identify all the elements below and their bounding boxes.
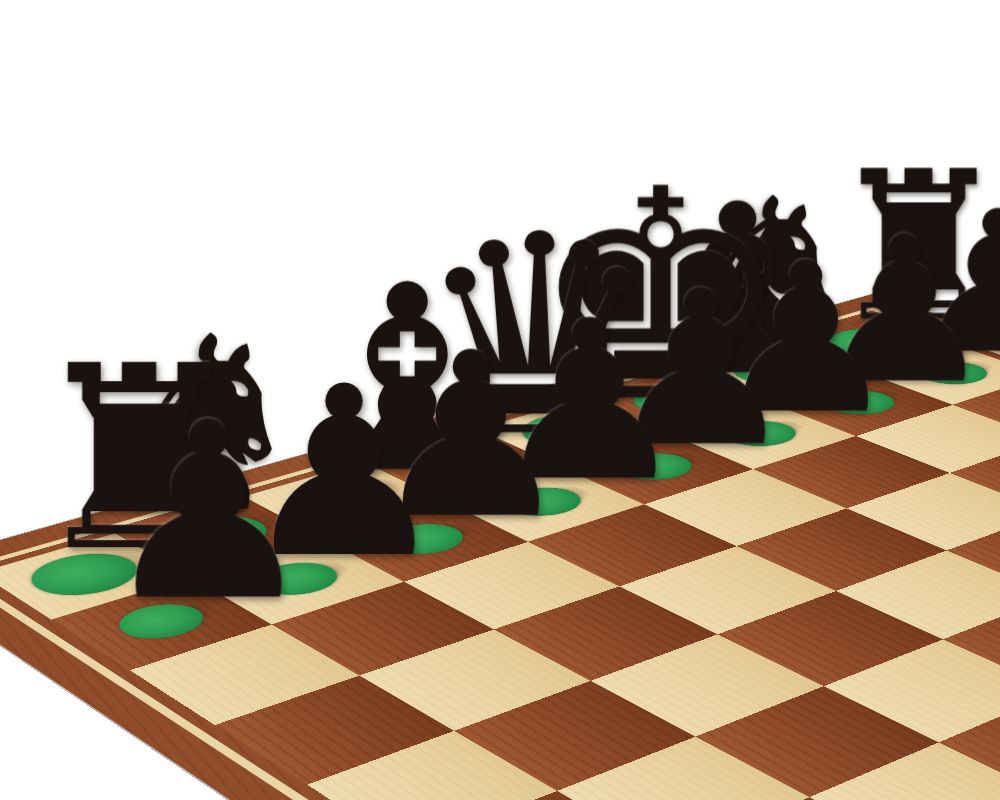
black-pawn-a7[interactable]: ♟ xyxy=(100,390,259,633)
studio-backdrop: ♜♞♝♛♚♝♞♜♟♟♟♟♟♟♟♟ xyxy=(0,0,1000,800)
chessboard: ♜♞♝♛♚♝♞♜♟♟♟♟♟♟♟♟ xyxy=(0,294,1000,800)
square-e4[interactable] xyxy=(836,550,1000,639)
